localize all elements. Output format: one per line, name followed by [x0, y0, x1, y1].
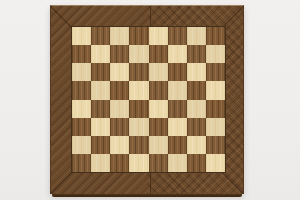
- square-f2[interactable]: [168, 136, 187, 154]
- square-e6[interactable]: [149, 63, 168, 81]
- square-c2[interactable]: [110, 136, 129, 154]
- frame-center-seam-top: [150, 6, 151, 26]
- square-c4[interactable]: [110, 100, 129, 118]
- square-e7[interactable]: [149, 45, 168, 63]
- square-f8[interactable]: [168, 27, 187, 45]
- square-b6[interactable]: [91, 63, 110, 81]
- square-e3[interactable]: [149, 118, 168, 136]
- square-g7[interactable]: [187, 45, 206, 63]
- square-a2[interactable]: [72, 136, 91, 154]
- square-a3[interactable]: [72, 118, 91, 136]
- square-e4[interactable]: [149, 100, 168, 118]
- square-b3[interactable]: [91, 118, 110, 136]
- square-e1[interactable]: [149, 154, 168, 172]
- square-h7[interactable]: [206, 45, 225, 63]
- square-c1[interactable]: [110, 154, 129, 172]
- square-g3[interactable]: [187, 118, 206, 136]
- square-a8[interactable]: [72, 27, 91, 45]
- square-a6[interactable]: [72, 63, 91, 81]
- square-a1[interactable]: [72, 154, 91, 172]
- square-g2[interactable]: [187, 136, 206, 154]
- square-b1[interactable]: [91, 154, 110, 172]
- square-c6[interactable]: [110, 63, 129, 81]
- square-d5[interactable]: [129, 81, 148, 99]
- frame-miter-top-left: [50, 6, 73, 29]
- board-bottom-edge: [52, 194, 242, 197]
- square-d7[interactable]: [129, 45, 148, 63]
- square-f3[interactable]: [168, 118, 187, 136]
- square-g1[interactable]: [187, 154, 206, 172]
- square-h2[interactable]: [206, 136, 225, 154]
- square-a4[interactable]: [72, 100, 91, 118]
- square-h3[interactable]: [206, 118, 225, 136]
- square-f5[interactable]: [168, 81, 187, 99]
- square-d2[interactable]: [129, 136, 148, 154]
- square-d4[interactable]: [129, 100, 148, 118]
- playing-area: [71, 26, 226, 173]
- square-f7[interactable]: [168, 45, 187, 63]
- square-f6[interactable]: [168, 63, 187, 81]
- square-h8[interactable]: [206, 27, 225, 45]
- square-e8[interactable]: [149, 27, 168, 45]
- photo-background: [0, 0, 300, 200]
- square-b2[interactable]: [91, 136, 110, 154]
- square-h6[interactable]: [206, 63, 225, 81]
- square-g6[interactable]: [187, 63, 206, 81]
- square-d6[interactable]: [129, 63, 148, 81]
- square-a7[interactable]: [72, 45, 91, 63]
- square-f4[interactable]: [168, 100, 187, 118]
- square-g5[interactable]: [187, 81, 206, 99]
- square-g8[interactable]: [187, 27, 206, 45]
- square-c8[interactable]: [110, 27, 129, 45]
- square-b8[interactable]: [91, 27, 110, 45]
- square-h1[interactable]: [206, 154, 225, 172]
- square-e2[interactable]: [149, 136, 168, 154]
- square-d3[interactable]: [129, 118, 148, 136]
- square-b7[interactable]: [91, 45, 110, 63]
- square-e5[interactable]: [149, 81, 168, 99]
- square-b5[interactable]: [91, 81, 110, 99]
- square-c5[interactable]: [110, 81, 129, 99]
- square-d1[interactable]: [129, 154, 148, 172]
- square-h4[interactable]: [206, 100, 225, 118]
- chess-board: [50, 5, 244, 194]
- square-h5[interactable]: [206, 81, 225, 99]
- square-d8[interactable]: [129, 27, 148, 45]
- square-b4[interactable]: [91, 100, 110, 118]
- square-c3[interactable]: [110, 118, 129, 136]
- square-g4[interactable]: [187, 100, 206, 118]
- frame-center-seam-bottom: [150, 171, 151, 194]
- square-c7[interactable]: [110, 45, 129, 63]
- frame-miter-bottom-left: [50, 171, 73, 194]
- square-f1[interactable]: [168, 154, 187, 172]
- square-a5[interactable]: [72, 81, 91, 99]
